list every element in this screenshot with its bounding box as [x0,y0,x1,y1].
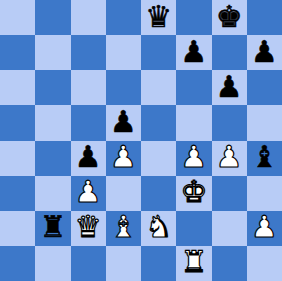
black-king[interactable]: ♚ [216,2,243,32]
square-f1[interactable]: ♜ [176,246,211,281]
black-pawn[interactable]: ♟ [216,72,243,102]
white-pawn[interactable]: ♟ [110,142,137,172]
square-e4[interactable] [141,141,176,176]
square-h8[interactable] [247,0,282,35]
square-d8[interactable] [106,0,141,35]
black-pawn[interactable]: ♟ [251,37,278,67]
square-e6[interactable] [141,70,176,105]
square-d6[interactable] [106,70,141,105]
white-pawn[interactable]: ♟ [216,142,243,172]
black-queen[interactable]: ♛ [145,2,172,32]
square-a7[interactable] [0,35,35,70]
square-c4[interactable]: ♟ [71,141,106,176]
square-e7[interactable] [141,35,176,70]
white-queen[interactable]: ♛ [75,212,102,242]
square-g6[interactable]: ♟ [212,70,247,105]
black-rook[interactable]: ♜ [39,212,66,242]
chess-board: ♛♚♟♟♟♟♟♟♟♟♝♟♚♜♛♝♞♟♜ [0,0,282,281]
square-g5[interactable] [212,105,247,140]
square-f5[interactable] [176,105,211,140]
square-e8[interactable]: ♛ [141,0,176,35]
square-d5[interactable]: ♟ [106,105,141,140]
square-d1[interactable] [106,246,141,281]
square-d4[interactable]: ♟ [106,141,141,176]
square-a3[interactable] [0,176,35,211]
square-g8[interactable]: ♚ [212,0,247,35]
square-a8[interactable] [0,0,35,35]
square-c2[interactable]: ♛ [71,211,106,246]
square-f2[interactable] [176,211,211,246]
square-c6[interactable] [71,70,106,105]
square-h7[interactable]: ♟ [247,35,282,70]
square-f7[interactable]: ♟ [176,35,211,70]
square-f4[interactable]: ♟ [176,141,211,176]
white-bishop[interactable]: ♝ [110,212,137,242]
square-c3[interactable]: ♟ [71,176,106,211]
square-e2[interactable]: ♞ [141,211,176,246]
white-king[interactable]: ♚ [180,177,207,207]
square-b8[interactable] [35,0,70,35]
square-b4[interactable] [35,141,70,176]
black-pawn[interactable]: ♟ [180,37,207,67]
black-pawn[interactable]: ♟ [110,107,137,137]
square-c8[interactable] [71,0,106,35]
square-b2[interactable]: ♜ [35,211,70,246]
white-knight[interactable]: ♞ [145,212,172,242]
square-b3[interactable] [35,176,70,211]
white-pawn[interactable]: ♟ [180,142,207,172]
square-h2[interactable]: ♟ [247,211,282,246]
square-h4[interactable]: ♝ [247,141,282,176]
square-f6[interactable] [176,70,211,105]
square-g3[interactable] [212,176,247,211]
square-c1[interactable] [71,246,106,281]
square-f3[interactable]: ♚ [176,176,211,211]
white-rook[interactable]: ♜ [180,247,207,277]
square-a6[interactable] [0,70,35,105]
square-h6[interactable] [247,70,282,105]
square-a2[interactable] [0,211,35,246]
square-f8[interactable] [176,0,211,35]
square-a5[interactable] [0,105,35,140]
square-d7[interactable] [106,35,141,70]
square-b1[interactable] [35,246,70,281]
square-h5[interactable] [247,105,282,140]
square-a4[interactable] [0,141,35,176]
square-d3[interactable] [106,176,141,211]
square-b5[interactable] [35,105,70,140]
square-d2[interactable]: ♝ [106,211,141,246]
white-pawn[interactable]: ♟ [75,177,102,207]
black-bishop[interactable]: ♝ [251,142,278,172]
square-b7[interactable] [35,35,70,70]
black-pawn[interactable]: ♟ [75,142,102,172]
square-g1[interactable] [212,246,247,281]
square-a1[interactable] [0,246,35,281]
square-b6[interactable] [35,70,70,105]
square-g2[interactable] [212,211,247,246]
square-e1[interactable] [141,246,176,281]
square-c5[interactable] [71,105,106,140]
square-h3[interactable] [247,176,282,211]
square-g7[interactable] [212,35,247,70]
square-c7[interactable] [71,35,106,70]
white-pawn[interactable]: ♟ [251,212,278,242]
square-g4[interactable]: ♟ [212,141,247,176]
square-h1[interactable] [247,246,282,281]
square-e3[interactable] [141,176,176,211]
square-e5[interactable] [141,105,176,140]
chess-board-container: ♛♚♟♟♟♟♟♟♟♟♝♟♚♜♛♝♞♟♜ [0,0,282,281]
